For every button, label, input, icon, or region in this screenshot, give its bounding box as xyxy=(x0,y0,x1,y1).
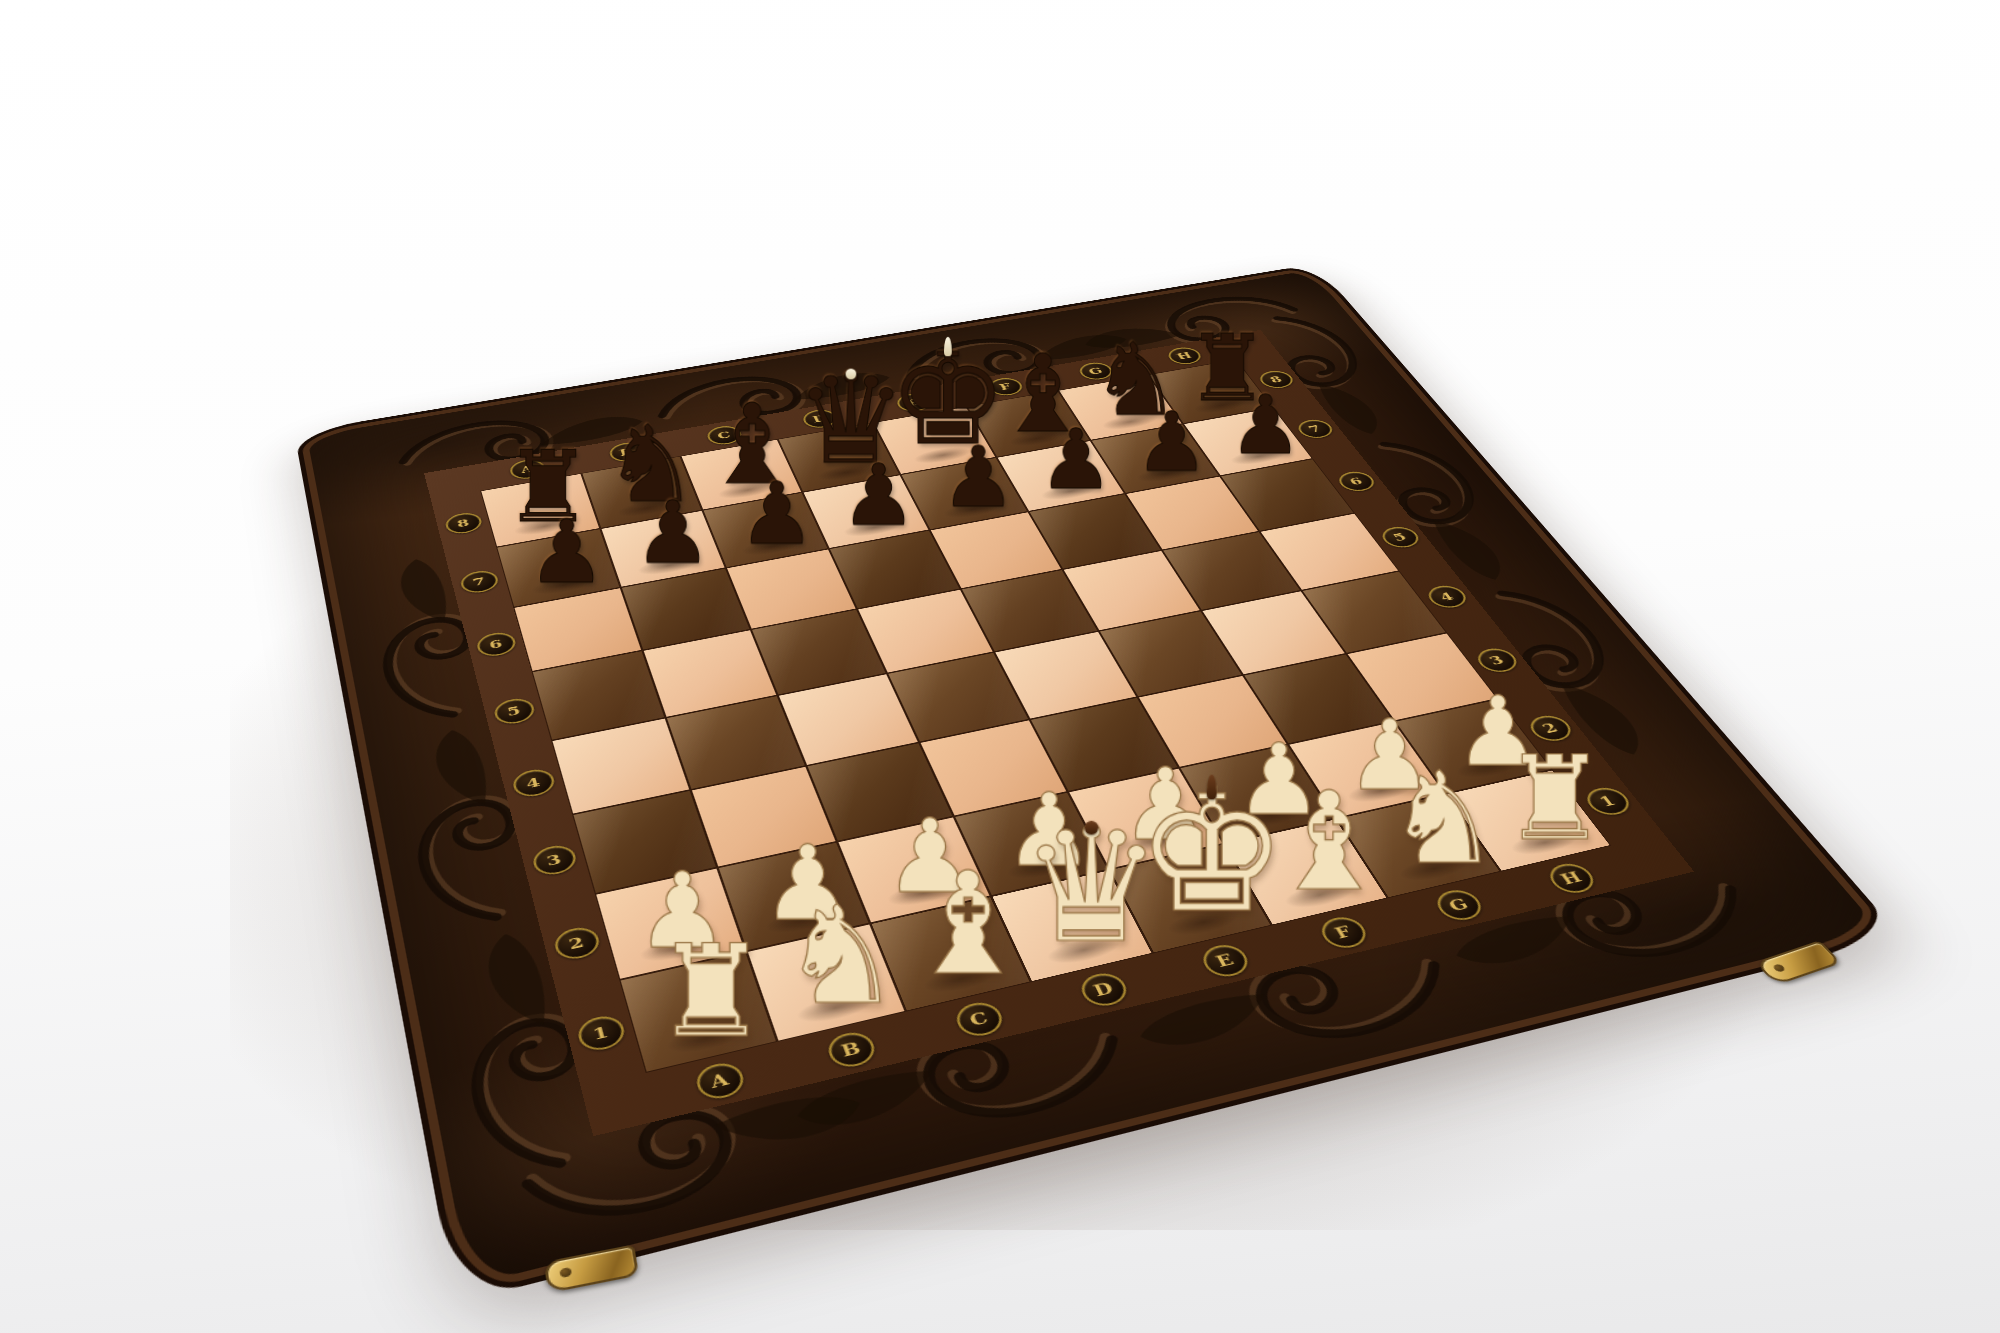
square-g4[interactable] xyxy=(1201,591,1346,676)
file-label-bottom: C xyxy=(951,998,1007,1039)
rank-label-right: 6 xyxy=(1333,469,1379,493)
piece-dark-pawn-e7[interactable]: ♟ xyxy=(941,435,1016,519)
rank-label-left: 7 xyxy=(458,568,500,595)
piece-glyph: ♜ xyxy=(654,928,768,1055)
rank-label-left: 8 xyxy=(443,510,483,535)
piece-white-knight-b1[interactable]: ♞ xyxy=(781,889,902,1024)
file-label-bottom: A xyxy=(692,1059,747,1102)
finial-ivory-tip xyxy=(944,337,952,356)
file-label-bottom: D xyxy=(1075,969,1131,1009)
piece-white-bishop-c1[interactable]: ♝ xyxy=(905,853,1032,994)
piece-glyph: ♟ xyxy=(1135,401,1209,483)
piece-dark-pawn-d7[interactable]: ♟ xyxy=(841,453,917,538)
piece-dark-pawn-h7[interactable]: ♟ xyxy=(1229,385,1302,466)
studio-background: ABCDEFGH8♜♞♝♛♚♝♞♜87♟♟♟♟♟♟♟♟7665544332♟♟♟… xyxy=(0,0,2000,1333)
coord-cell: 4 xyxy=(495,741,572,827)
piece-glyph: ♞ xyxy=(781,889,902,1024)
rank-label-left: 4 xyxy=(510,766,557,799)
file-label-bottom: F xyxy=(1314,913,1371,951)
file-label-bottom: B xyxy=(823,1028,879,1070)
piece-white-queen-d1[interactable]: ♛ xyxy=(1020,806,1163,965)
rank-label-right: 4 xyxy=(1422,583,1471,610)
file-label-bottom: E xyxy=(1196,941,1253,980)
piece-glyph: ♟ xyxy=(1229,385,1302,466)
rank-label-left: 1 xyxy=(574,1012,627,1054)
piece-glyph: ♝ xyxy=(905,853,1032,994)
finial-ivory-tip xyxy=(845,369,856,380)
rank-label-left: 5 xyxy=(491,696,536,727)
piece-dark-pawn-c7[interactable]: ♟ xyxy=(739,471,816,556)
piece-glyph: ♜ xyxy=(1503,740,1607,856)
piece-white-knight-g1[interactable]: ♞ xyxy=(1386,755,1500,882)
piece-glyph: ♟ xyxy=(528,508,606,595)
file-label-bottom: H xyxy=(1542,860,1600,896)
rank-label-left: 6 xyxy=(474,630,517,659)
coord-cell: 1 xyxy=(557,980,646,1088)
brass-hinge-left xyxy=(544,1244,639,1293)
piece-dark-pawn-g7[interactable]: ♟ xyxy=(1135,401,1209,483)
rank-label-right: 5 xyxy=(1376,524,1423,550)
coord-cell: 4 xyxy=(1399,562,1494,633)
finial-dark-tip xyxy=(1207,775,1217,800)
piece-dark-pawn-a7[interactable]: ♟ xyxy=(528,508,606,595)
square-b5[interactable] xyxy=(642,629,777,717)
piece-glyph: ♟ xyxy=(841,453,917,538)
rank-label-left: 2 xyxy=(551,924,602,963)
piece-white-rook-h1[interactable]: ♜ xyxy=(1503,740,1607,856)
piece-glyph: ♞ xyxy=(1386,755,1500,882)
rank-label-right: 3 xyxy=(1471,645,1522,674)
file-label-bottom: G xyxy=(1430,886,1487,923)
piece-glyph: ♟ xyxy=(739,471,816,556)
finial-dark-tip xyxy=(1084,821,1098,835)
piece-dark-pawn-b7[interactable]: ♟ xyxy=(634,490,711,576)
rank-label-left: 3 xyxy=(530,842,579,878)
piece-dark-pawn-f7[interactable]: ♟ xyxy=(1039,418,1113,501)
piece-white-rook-a1[interactable]: ♜ xyxy=(654,928,768,1055)
piece-glyph: ♟ xyxy=(1039,418,1113,501)
piece-glyph: ♟ xyxy=(634,490,711,576)
piece-glyph: ♟ xyxy=(941,435,1016,519)
